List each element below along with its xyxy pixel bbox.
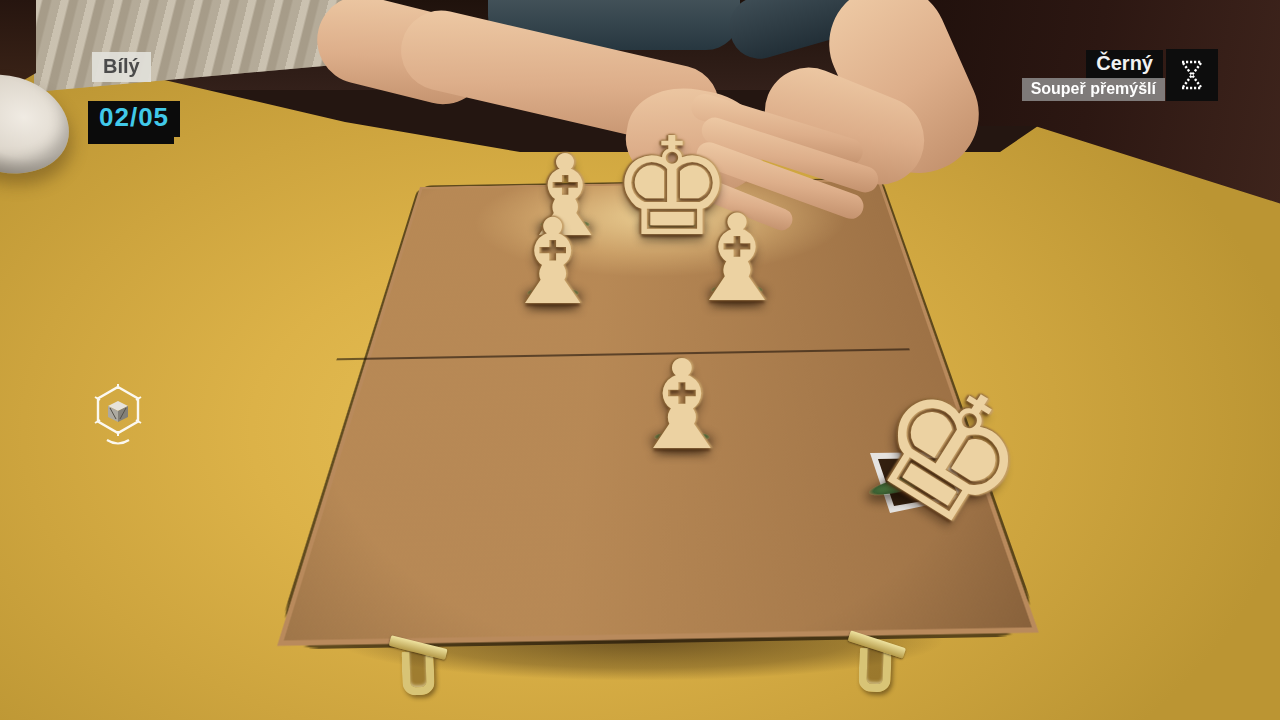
- white-bishop-c6[interactable]: ♝: [500, 203, 606, 321]
- opponent-status: Soupeř přemýšlí: [1022, 78, 1165, 101]
- hourglass-icon: [1179, 59, 1205, 91]
- board-clasp-left: [387, 641, 451, 701]
- player-side-label: Bílý: [92, 52, 151, 82]
- board-clasp-right: [844, 638, 908, 698]
- white-bishop-f6[interactable]: ♝: [683, 199, 791, 319]
- white-bishop-e3[interactable]: ♝: [627, 344, 737, 467]
- game-screen: ♝ ♚ ♝ ♝ ♝ ♚ Bílý Zbývající kola 02/05 Če…: [0, 0, 1280, 720]
- hexagon-cube-marker-icon: [92, 384, 144, 448]
- opponent-side-label: Černý: [1086, 50, 1163, 79]
- opponent-turn-indicator: [1166, 49, 1218, 101]
- rounds-value: 02/05: [88, 101, 180, 137]
